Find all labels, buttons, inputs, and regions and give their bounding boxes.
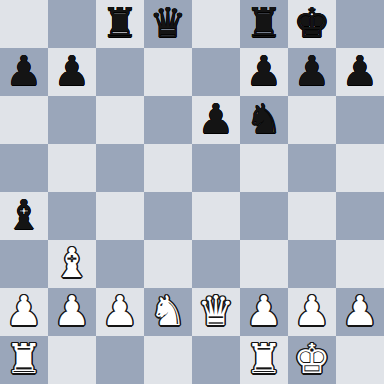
square-b7[interactable]: ♟ — [48, 48, 96, 96]
square-f7[interactable]: ♟ — [240, 48, 288, 96]
black-king: ♚ — [294, 0, 331, 47]
square-g6[interactable] — [288, 96, 336, 144]
square-f3[interactable] — [240, 240, 288, 288]
square-h1[interactable] — [336, 336, 384, 384]
square-g7[interactable]: ♟ — [288, 48, 336, 96]
square-c1[interactable] — [96, 336, 144, 384]
square-a4[interactable]: ♝ — [0, 192, 48, 240]
square-d1[interactable] — [144, 336, 192, 384]
square-g1[interactable]: ♚ — [288, 336, 336, 384]
square-f5[interactable] — [240, 144, 288, 192]
square-h2[interactable]: ♟ — [336, 288, 384, 336]
square-b1[interactable] — [48, 336, 96, 384]
square-c4[interactable] — [96, 192, 144, 240]
white-pawn: ♟ — [246, 287, 283, 335]
square-d7[interactable] — [144, 48, 192, 96]
square-f6[interactable]: ♞ — [240, 96, 288, 144]
white-king: ♚ — [294, 335, 331, 383]
white-rook: ♜ — [246, 335, 283, 383]
square-e1[interactable] — [192, 336, 240, 384]
square-b6[interactable] — [48, 96, 96, 144]
black-pawn: ♟ — [246, 47, 283, 95]
white-pawn: ♟ — [342, 287, 379, 335]
square-d6[interactable] — [144, 96, 192, 144]
square-c8[interactable]: ♜ — [96, 0, 144, 48]
white-rook: ♜ — [6, 335, 43, 383]
white-pawn: ♟ — [294, 287, 331, 335]
white-knight: ♞ — [150, 287, 187, 335]
square-h4[interactable] — [336, 192, 384, 240]
square-f8[interactable]: ♜ — [240, 0, 288, 48]
square-a7[interactable]: ♟ — [0, 48, 48, 96]
square-a2[interactable]: ♟ — [0, 288, 48, 336]
square-h8[interactable] — [336, 0, 384, 48]
square-e6[interactable]: ♟ — [192, 96, 240, 144]
square-h5[interactable] — [336, 144, 384, 192]
square-g2[interactable]: ♟ — [288, 288, 336, 336]
black-rook: ♜ — [246, 0, 283, 47]
square-c6[interactable] — [96, 96, 144, 144]
square-e3[interactable] — [192, 240, 240, 288]
white-pawn: ♟ — [102, 287, 139, 335]
chess-board-container: ♜♛♜♚♟♟♟♟♟♟♞♝♝♟♟♟♞♛♟♟♟♜♜♚ — [0, 0, 384, 384]
square-b3[interactable]: ♝ — [48, 240, 96, 288]
square-h3[interactable] — [336, 240, 384, 288]
square-d5[interactable] — [144, 144, 192, 192]
square-c3[interactable] — [96, 240, 144, 288]
square-d4[interactable] — [144, 192, 192, 240]
square-f1[interactable]: ♜ — [240, 336, 288, 384]
square-a5[interactable] — [0, 144, 48, 192]
square-d3[interactable] — [144, 240, 192, 288]
white-pawn: ♟ — [6, 287, 43, 335]
square-e8[interactable] — [192, 0, 240, 48]
black-pawn: ♟ — [342, 47, 379, 95]
square-c5[interactable] — [96, 144, 144, 192]
black-knight: ♞ — [246, 95, 283, 143]
square-b4[interactable] — [48, 192, 96, 240]
black-queen: ♛ — [150, 0, 187, 47]
black-pawn: ♟ — [54, 47, 91, 95]
square-g8[interactable]: ♚ — [288, 0, 336, 48]
square-a6[interactable] — [0, 96, 48, 144]
square-g3[interactable] — [288, 240, 336, 288]
black-rook: ♜ — [102, 0, 139, 47]
white-queen: ♛ — [198, 287, 235, 335]
square-e5[interactable] — [192, 144, 240, 192]
square-e7[interactable] — [192, 48, 240, 96]
square-a8[interactable] — [0, 0, 48, 48]
square-b2[interactable]: ♟ — [48, 288, 96, 336]
square-c7[interactable] — [96, 48, 144, 96]
chess-board: ♜♛♜♚♟♟♟♟♟♟♞♝♝♟♟♟♞♛♟♟♟♜♜♚ — [0, 0, 384, 384]
square-d8[interactable]: ♛ — [144, 0, 192, 48]
square-h7[interactable]: ♟ — [336, 48, 384, 96]
square-e4[interactable] — [192, 192, 240, 240]
square-d2[interactable]: ♞ — [144, 288, 192, 336]
square-g4[interactable] — [288, 192, 336, 240]
square-a3[interactable] — [0, 240, 48, 288]
square-b8[interactable] — [48, 0, 96, 48]
black-bishop: ♝ — [6, 191, 43, 239]
white-bishop: ♝ — [54, 239, 91, 287]
black-pawn: ♟ — [198, 95, 235, 143]
square-f2[interactable]: ♟ — [240, 288, 288, 336]
white-pawn: ♟ — [54, 287, 91, 335]
black-pawn: ♟ — [294, 47, 331, 95]
square-g5[interactable] — [288, 144, 336, 192]
square-a1[interactable]: ♜ — [0, 336, 48, 384]
square-h6[interactable] — [336, 96, 384, 144]
square-f4[interactable] — [240, 192, 288, 240]
square-b5[interactable] — [48, 144, 96, 192]
square-c2[interactable]: ♟ — [96, 288, 144, 336]
square-e2[interactable]: ♛ — [192, 288, 240, 336]
black-pawn: ♟ — [6, 47, 43, 95]
